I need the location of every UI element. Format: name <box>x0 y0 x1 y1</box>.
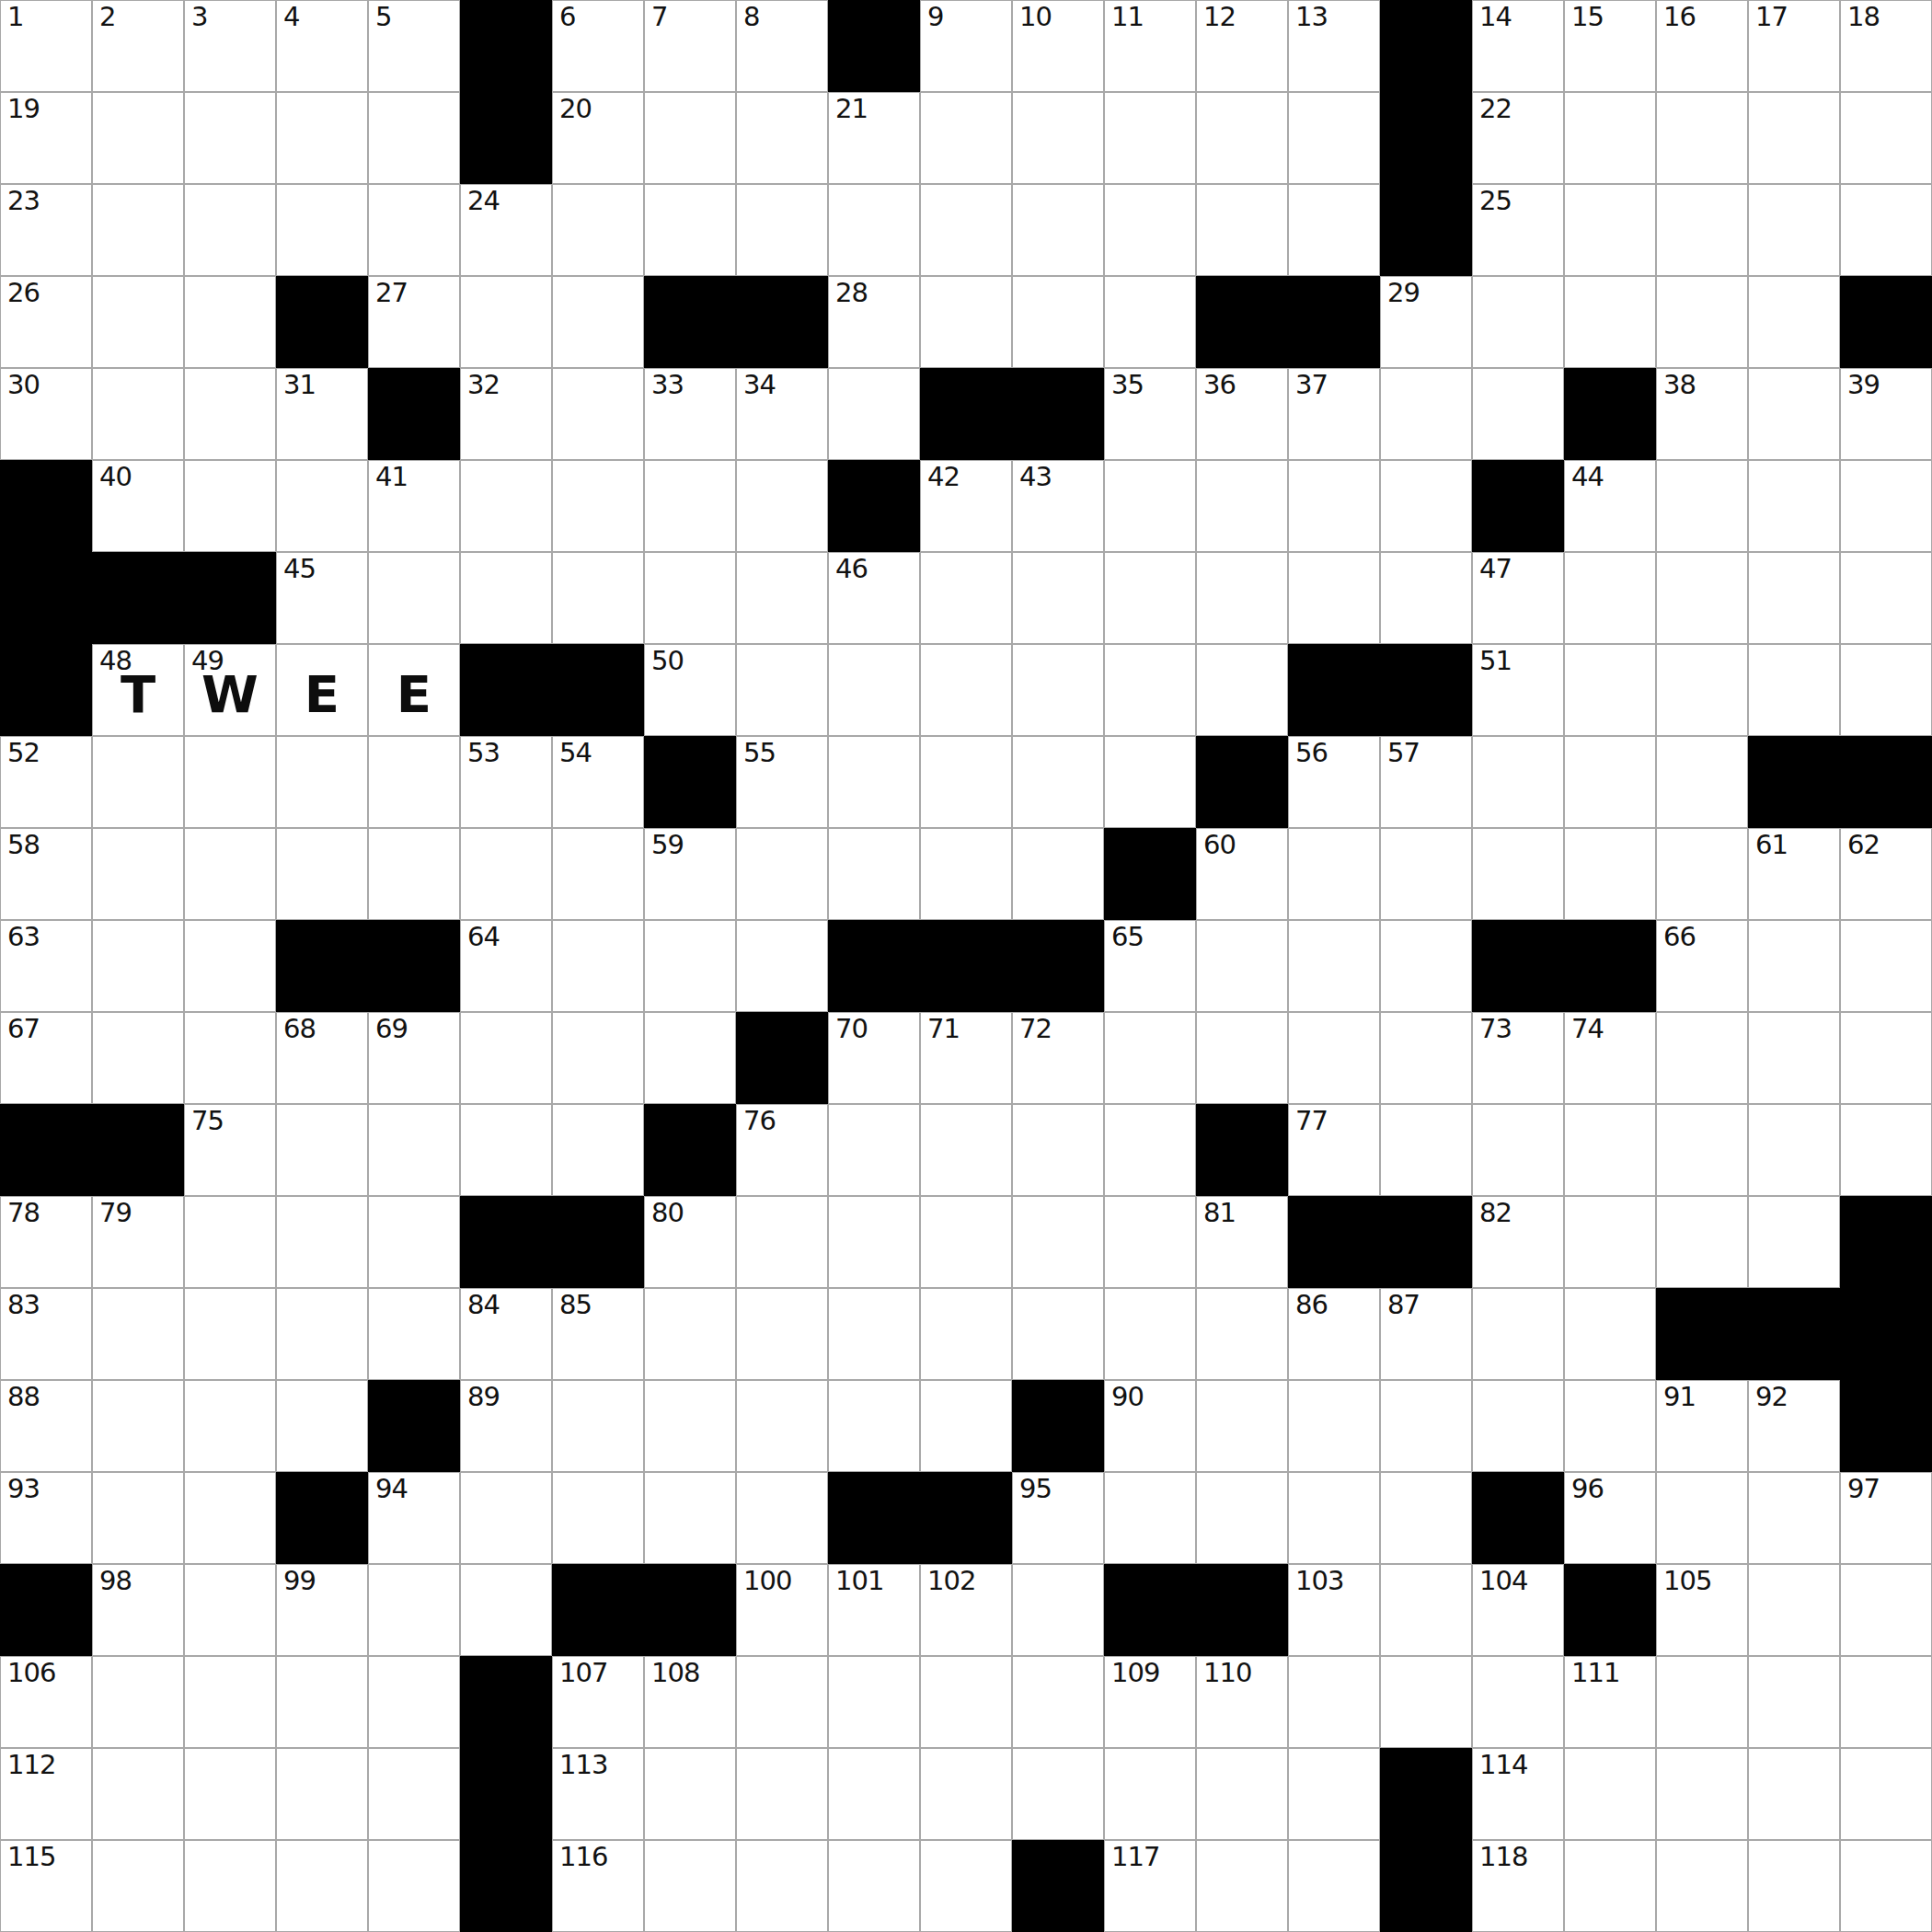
cell-r12c8[interactable]: 76 <box>736 1104 828 1196</box>
cell-r3c10[interactable] <box>920 276 1012 368</box>
cell-r4c12[interactable]: 35 <box>1104 368 1196 460</box>
cell-r20c20[interactable] <box>1840 1840 1932 1932</box>
cell-r1c9[interactable]: 21 <box>828 92 920 184</box>
cell-r11c3[interactable]: 68 <box>276 1012 368 1104</box>
cell-r15c19[interactable]: 92 <box>1748 1380 1840 1472</box>
cell-r15c6[interactable] <box>552 1380 644 1472</box>
cell-r13c4[interactable] <box>368 1196 460 1288</box>
cell-r16c2[interactable] <box>184 1472 276 1564</box>
cell-r20c13[interactable] <box>1196 1840 1288 1932</box>
cell-r10c5[interactable]: 64 <box>460 920 552 1012</box>
cell-r1c17[interactable] <box>1564 92 1656 184</box>
cell-r19c0[interactable]: 112 <box>0 1748 92 1840</box>
cell-r8c10[interactable] <box>920 736 1012 828</box>
cell-r11c14[interactable] <box>1288 1012 1380 1104</box>
cell-r0c2[interactable]: 3 <box>184 0 276 92</box>
cell-r9c3[interactable] <box>276 828 368 920</box>
cell-r20c1[interactable] <box>92 1840 184 1932</box>
cell-r1c13[interactable] <box>1196 92 1288 184</box>
cell-r6c4[interactable] <box>368 552 460 644</box>
cell-r16c6[interactable] <box>552 1472 644 1564</box>
cell-r2c11[interactable] <box>1012 184 1104 276</box>
cell-r7c17[interactable] <box>1564 644 1656 736</box>
cell-r17c10[interactable]: 102 <box>920 1564 1012 1656</box>
cell-r0c4[interactable]: 5 <box>368 0 460 92</box>
cell-r3c18[interactable] <box>1656 276 1748 368</box>
cell-r20c16[interactable]: 118 <box>1472 1840 1564 1932</box>
cell-r8c2[interactable] <box>184 736 276 828</box>
cell-r0c19[interactable]: 17 <box>1748 0 1840 92</box>
cell-r13c17[interactable] <box>1564 1196 1656 1288</box>
cell-r1c7[interactable] <box>644 92 736 184</box>
cell-r20c10[interactable] <box>920 1840 1012 1932</box>
cell-r3c9[interactable]: 28 <box>828 276 920 368</box>
cell-r0c3[interactable]: 4 <box>276 0 368 92</box>
cell-r5c19[interactable] <box>1748 460 1840 552</box>
cell-r6c18[interactable] <box>1656 552 1748 644</box>
cell-r11c2[interactable] <box>184 1012 276 1104</box>
cell-r5c14[interactable] <box>1288 460 1380 552</box>
cell-r20c17[interactable] <box>1564 1840 1656 1932</box>
cell-r8c14[interactable]: 56 <box>1288 736 1380 828</box>
cell-r7c13[interactable] <box>1196 644 1288 736</box>
cell-r12c9[interactable] <box>828 1104 920 1196</box>
cell-r11c6[interactable] <box>552 1012 644 1104</box>
cell-r8c12[interactable] <box>1104 736 1196 828</box>
cell-r11c1[interactable] <box>92 1012 184 1104</box>
cell-r4c3[interactable]: 31 <box>276 368 368 460</box>
cell-r4c0[interactable]: 30 <box>0 368 92 460</box>
cell-r12c5[interactable] <box>460 1104 552 1196</box>
cell-r5c1[interactable]: 40 <box>92 460 184 552</box>
cell-r13c11[interactable] <box>1012 1196 1104 1288</box>
cell-r17c11[interactable] <box>1012 1564 1104 1656</box>
cell-r8c11[interactable] <box>1012 736 1104 828</box>
cell-r10c8[interactable] <box>736 920 828 1012</box>
cell-r18c14[interactable] <box>1288 1656 1380 1748</box>
cell-r12c16[interactable] <box>1472 1104 1564 1196</box>
cell-r20c12[interactable]: 117 <box>1104 1840 1196 1932</box>
cell-r17c19[interactable] <box>1748 1564 1840 1656</box>
cell-r11c12[interactable] <box>1104 1012 1196 1104</box>
cell-r1c4[interactable] <box>368 92 460 184</box>
cell-r8c16[interactable] <box>1472 736 1564 828</box>
cell-r17c9[interactable]: 101 <box>828 1564 920 1656</box>
cell-r14c1[interactable] <box>92 1288 184 1380</box>
cell-r19c16[interactable]: 114 <box>1472 1748 1564 1840</box>
cell-r16c11[interactable]: 95 <box>1012 1472 1104 1564</box>
cell-r9c0[interactable]: 58 <box>0 828 92 920</box>
cell-r9c14[interactable] <box>1288 828 1380 920</box>
cell-r16c15[interactable] <box>1380 1472 1472 1564</box>
cell-r6c3[interactable]: 45 <box>276 552 368 644</box>
cell-r0c20[interactable]: 18 <box>1840 0 1932 92</box>
cell-r19c8[interactable] <box>736 1748 828 1840</box>
cell-r16c13[interactable] <box>1196 1472 1288 1564</box>
cell-r14c2[interactable] <box>184 1288 276 1380</box>
cell-r17c8[interactable]: 100 <box>736 1564 828 1656</box>
cell-r2c17[interactable] <box>1564 184 1656 276</box>
cell-r10c6[interactable] <box>552 920 644 1012</box>
cell-r14c8[interactable] <box>736 1288 828 1380</box>
cell-r15c3[interactable] <box>276 1380 368 1472</box>
cell-r17c20[interactable] <box>1840 1564 1932 1656</box>
cell-r1c10[interactable] <box>920 92 1012 184</box>
cell-r19c19[interactable] <box>1748 1748 1840 1840</box>
cell-r16c5[interactable] <box>460 1472 552 1564</box>
cell-r0c18[interactable]: 16 <box>1656 0 1748 92</box>
cell-r6c11[interactable] <box>1012 552 1104 644</box>
cell-r0c1[interactable]: 2 <box>92 0 184 92</box>
cell-r15c17[interactable] <box>1564 1380 1656 1472</box>
cell-r2c1[interactable] <box>92 184 184 276</box>
cell-r20c14[interactable] <box>1288 1840 1380 1932</box>
cell-r1c14[interactable] <box>1288 92 1380 184</box>
cell-r3c15[interactable]: 29 <box>1380 276 1472 368</box>
cell-r11c7[interactable] <box>644 1012 736 1104</box>
cell-r4c1[interactable] <box>92 368 184 460</box>
cell-r5c2[interactable] <box>184 460 276 552</box>
cell-r2c3[interactable] <box>276 184 368 276</box>
cell-r0c14[interactable]: 13 <box>1288 0 1380 92</box>
cell-r3c12[interactable] <box>1104 276 1196 368</box>
cell-r1c3[interactable] <box>276 92 368 184</box>
cell-r4c5[interactable]: 32 <box>460 368 552 460</box>
cell-r18c11[interactable] <box>1012 1656 1104 1748</box>
cell-r13c19[interactable] <box>1748 1196 1840 1288</box>
cell-r9c7[interactable]: 59 <box>644 828 736 920</box>
cell-r18c10[interactable] <box>920 1656 1012 1748</box>
cell-r12c14[interactable]: 77 <box>1288 1104 1380 1196</box>
cell-r1c16[interactable]: 22 <box>1472 92 1564 184</box>
cell-r4c14[interactable]: 37 <box>1288 368 1380 460</box>
cell-r15c0[interactable]: 88 <box>0 1380 92 1472</box>
cell-r19c11[interactable] <box>1012 1748 1104 1840</box>
cell-r5c8[interactable] <box>736 460 828 552</box>
cell-r11c17[interactable]: 74 <box>1564 1012 1656 1104</box>
cell-r14c6[interactable]: 85 <box>552 1288 644 1380</box>
cell-r15c13[interactable] <box>1196 1380 1288 1472</box>
cell-r19c20[interactable] <box>1840 1748 1932 1840</box>
cell-r14c7[interactable] <box>644 1288 736 1380</box>
cell-r13c7[interactable]: 80 <box>644 1196 736 1288</box>
cell-r8c15[interactable]: 57 <box>1380 736 1472 828</box>
cell-r15c18[interactable]: 91 <box>1656 1380 1748 1472</box>
cell-r15c14[interactable] <box>1288 1380 1380 1472</box>
cell-r0c6[interactable]: 6 <box>552 0 644 92</box>
cell-r11c19[interactable] <box>1748 1012 1840 1104</box>
cell-r5c4[interactable]: 41 <box>368 460 460 552</box>
cell-r18c9[interactable] <box>828 1656 920 1748</box>
cell-r2c2[interactable] <box>184 184 276 276</box>
cell-r1c8[interactable] <box>736 92 828 184</box>
cell-r4c19[interactable] <box>1748 368 1840 460</box>
cell-r7c12[interactable] <box>1104 644 1196 736</box>
cell-r7c11[interactable] <box>1012 644 1104 736</box>
cell-r16c4[interactable]: 94 <box>368 1472 460 1564</box>
cell-r1c11[interactable] <box>1012 92 1104 184</box>
cell-r9c18[interactable] <box>1656 828 1748 920</box>
cell-r19c14[interactable] <box>1288 1748 1380 1840</box>
cell-r4c8[interactable]: 34 <box>736 368 828 460</box>
cell-r3c19[interactable] <box>1748 276 1840 368</box>
cell-r11c13[interactable] <box>1196 1012 1288 1104</box>
cell-r11c4[interactable]: 69 <box>368 1012 460 1104</box>
cell-r3c2[interactable] <box>184 276 276 368</box>
cell-r6c19[interactable] <box>1748 552 1840 644</box>
cell-r11c9[interactable]: 70 <box>828 1012 920 1104</box>
cell-r7c16[interactable]: 51 <box>1472 644 1564 736</box>
cell-r4c9[interactable] <box>828 368 920 460</box>
cell-r6c20[interactable] <box>1840 552 1932 644</box>
cell-r2c19[interactable] <box>1748 184 1840 276</box>
cell-r12c17[interactable] <box>1564 1104 1656 1196</box>
cell-r12c11[interactable] <box>1012 1104 1104 1196</box>
cell-r12c2[interactable]: 75 <box>184 1104 276 1196</box>
cell-r16c7[interactable] <box>644 1472 736 1564</box>
cell-r9c10[interactable] <box>920 828 1012 920</box>
cell-r6c12[interactable] <box>1104 552 1196 644</box>
cell-r18c3[interactable] <box>276 1656 368 1748</box>
cell-r4c15[interactable] <box>1380 368 1472 460</box>
cell-r8c6[interactable]: 54 <box>552 736 644 828</box>
cell-r18c15[interactable] <box>1380 1656 1472 1748</box>
cell-r20c0[interactable]: 115 <box>0 1840 92 1932</box>
cell-r13c1[interactable]: 79 <box>92 1196 184 1288</box>
cell-r12c20[interactable] <box>1840 1104 1932 1196</box>
cell-r17c1[interactable]: 98 <box>92 1564 184 1656</box>
cell-r5c10[interactable]: 42 <box>920 460 1012 552</box>
cell-r18c20[interactable] <box>1840 1656 1932 1748</box>
cell-r11c0[interactable]: 67 <box>0 1012 92 1104</box>
cell-r17c15[interactable] <box>1380 1564 1472 1656</box>
cell-r6c6[interactable] <box>552 552 644 644</box>
cell-r12c15[interactable] <box>1380 1104 1472 1196</box>
cell-r14c15[interactable]: 87 <box>1380 1288 1472 1380</box>
cell-r7c18[interactable] <box>1656 644 1748 736</box>
cell-r7c4[interactable]: E <box>368 644 460 736</box>
cell-r8c8[interactable]: 55 <box>736 736 828 828</box>
cell-r5c5[interactable] <box>460 460 552 552</box>
cell-r15c2[interactable] <box>184 1380 276 1472</box>
cell-r5c6[interactable] <box>552 460 644 552</box>
cell-r9c8[interactable] <box>736 828 828 920</box>
cell-r17c2[interactable] <box>184 1564 276 1656</box>
cell-r12c4[interactable] <box>368 1104 460 1196</box>
cell-r0c12[interactable]: 11 <box>1104 0 1196 92</box>
cell-r7c3[interactable]: E <box>276 644 368 736</box>
cell-r9c1[interactable] <box>92 828 184 920</box>
cell-r17c4[interactable] <box>368 1564 460 1656</box>
cell-r2c5[interactable]: 24 <box>460 184 552 276</box>
cell-r6c7[interactable] <box>644 552 736 644</box>
cell-r18c0[interactable]: 106 <box>0 1656 92 1748</box>
cell-r10c7[interactable] <box>644 920 736 1012</box>
cell-r3c16[interactable] <box>1472 276 1564 368</box>
cell-r11c10[interactable]: 71 <box>920 1012 1012 1104</box>
cell-r15c10[interactable] <box>920 1380 1012 1472</box>
cell-r9c13[interactable]: 60 <box>1196 828 1288 920</box>
cell-r17c14[interactable]: 103 <box>1288 1564 1380 1656</box>
cell-r5c18[interactable] <box>1656 460 1748 552</box>
cell-r9c20[interactable]: 62 <box>1840 828 1932 920</box>
cell-r14c3[interactable] <box>276 1288 368 1380</box>
cell-r15c7[interactable] <box>644 1380 736 1472</box>
cell-r0c13[interactable]: 12 <box>1196 0 1288 92</box>
cell-r5c13[interactable] <box>1196 460 1288 552</box>
cell-r12c6[interactable] <box>552 1104 644 1196</box>
cell-r10c0[interactable]: 63 <box>0 920 92 1012</box>
cell-r2c12[interactable] <box>1104 184 1196 276</box>
cell-r2c0[interactable]: 23 <box>0 184 92 276</box>
cell-r13c10[interactable] <box>920 1196 1012 1288</box>
cell-r14c12[interactable] <box>1104 1288 1196 1380</box>
cell-r17c5[interactable] <box>460 1564 552 1656</box>
cell-r19c2[interactable] <box>184 1748 276 1840</box>
cell-r3c0[interactable]: 26 <box>0 276 92 368</box>
cell-r10c1[interactable] <box>92 920 184 1012</box>
cell-r7c19[interactable] <box>1748 644 1840 736</box>
cell-r19c6[interactable]: 113 <box>552 1748 644 1840</box>
cell-r13c13[interactable]: 81 <box>1196 1196 1288 1288</box>
cell-r12c10[interactable] <box>920 1104 1012 1196</box>
cell-r3c4[interactable]: 27 <box>368 276 460 368</box>
cell-r19c12[interactable] <box>1104 1748 1196 1840</box>
cell-r10c14[interactable] <box>1288 920 1380 1012</box>
cell-r4c2[interactable] <box>184 368 276 460</box>
cell-r20c6[interactable]: 116 <box>552 1840 644 1932</box>
cell-r6c5[interactable] <box>460 552 552 644</box>
cell-r6c8[interactable] <box>736 552 828 644</box>
cell-r11c5[interactable] <box>460 1012 552 1104</box>
cell-r12c19[interactable] <box>1748 1104 1840 1196</box>
cell-r0c8[interactable]: 8 <box>736 0 828 92</box>
cell-r14c4[interactable] <box>368 1288 460 1380</box>
cell-r5c3[interactable] <box>276 460 368 552</box>
cell-r13c18[interactable] <box>1656 1196 1748 1288</box>
cell-r8c3[interactable] <box>276 736 368 828</box>
cell-r6c13[interactable] <box>1196 552 1288 644</box>
cell-r0c17[interactable]: 15 <box>1564 0 1656 92</box>
cell-r9c4[interactable] <box>368 828 460 920</box>
cell-r14c0[interactable]: 83 <box>0 1288 92 1380</box>
cell-r6c10[interactable] <box>920 552 1012 644</box>
cell-r3c1[interactable] <box>92 276 184 368</box>
cell-r19c3[interactable] <box>276 1748 368 1840</box>
cell-r19c7[interactable] <box>644 1748 736 1840</box>
cell-r12c12[interactable] <box>1104 1104 1196 1196</box>
cell-r3c11[interactable] <box>1012 276 1104 368</box>
cell-r18c18[interactable] <box>1656 1656 1748 1748</box>
cell-r11c11[interactable]: 72 <box>1012 1012 1104 1104</box>
cell-r2c9[interactable] <box>828 184 920 276</box>
cell-r15c5[interactable]: 89 <box>460 1380 552 1472</box>
cell-r7c7[interactable]: 50 <box>644 644 736 736</box>
cell-r10c2[interactable] <box>184 920 276 1012</box>
cell-r11c15[interactable] <box>1380 1012 1472 1104</box>
cell-r15c12[interactable]: 90 <box>1104 1380 1196 1472</box>
cell-r20c7[interactable] <box>644 1840 736 1932</box>
cell-r2c18[interactable] <box>1656 184 1748 276</box>
cell-r11c16[interactable]: 73 <box>1472 1012 1564 1104</box>
cell-r5c12[interactable] <box>1104 460 1196 552</box>
cell-r19c10[interactable] <box>920 1748 1012 1840</box>
cell-r20c9[interactable] <box>828 1840 920 1932</box>
cell-r13c16[interactable]: 82 <box>1472 1196 1564 1288</box>
cell-r1c6[interactable]: 20 <box>552 92 644 184</box>
cell-r10c13[interactable] <box>1196 920 1288 1012</box>
cell-r19c4[interactable] <box>368 1748 460 1840</box>
cell-r14c17[interactable] <box>1564 1288 1656 1380</box>
cell-r15c8[interactable] <box>736 1380 828 1472</box>
cell-r2c6[interactable] <box>552 184 644 276</box>
cell-r6c15[interactable] <box>1380 552 1472 644</box>
cell-r9c5[interactable] <box>460 828 552 920</box>
cell-r9c2[interactable] <box>184 828 276 920</box>
cell-r0c10[interactable]: 9 <box>920 0 1012 92</box>
cell-r7c1[interactable]: 48T <box>92 644 184 736</box>
cell-r3c17[interactable] <box>1564 276 1656 368</box>
cell-r9c17[interactable] <box>1564 828 1656 920</box>
cell-r1c1[interactable] <box>92 92 184 184</box>
cell-r13c0[interactable]: 78 <box>0 1196 92 1288</box>
cell-r15c15[interactable] <box>1380 1380 1472 1472</box>
cell-r18c17[interactable]: 111 <box>1564 1656 1656 1748</box>
cell-r20c19[interactable] <box>1748 1840 1840 1932</box>
cell-r7c2[interactable]: 49W <box>184 644 276 736</box>
cell-r17c16[interactable]: 104 <box>1472 1564 1564 1656</box>
cell-r10c12[interactable]: 65 <box>1104 920 1196 1012</box>
cell-r8c17[interactable] <box>1564 736 1656 828</box>
cell-r18c6[interactable]: 107 <box>552 1656 644 1748</box>
cell-r14c13[interactable] <box>1196 1288 1288 1380</box>
cell-r16c8[interactable] <box>736 1472 828 1564</box>
cell-r14c10[interactable] <box>920 1288 1012 1380</box>
cell-r7c8[interactable] <box>736 644 828 736</box>
cell-r2c14[interactable] <box>1288 184 1380 276</box>
cell-r18c13[interactable]: 110 <box>1196 1656 1288 1748</box>
cell-r16c20[interactable]: 97 <box>1840 1472 1932 1564</box>
cell-r20c4[interactable] <box>368 1840 460 1932</box>
cell-r18c19[interactable] <box>1748 1656 1840 1748</box>
cell-r14c11[interactable] <box>1012 1288 1104 1380</box>
cell-r1c12[interactable] <box>1104 92 1196 184</box>
cell-r4c13[interactable]: 36 <box>1196 368 1288 460</box>
cell-r0c0[interactable]: 1 <box>0 0 92 92</box>
cell-r14c5[interactable]: 84 <box>460 1288 552 1380</box>
cell-r15c1[interactable] <box>92 1380 184 1472</box>
cell-r18c8[interactable] <box>736 1656 828 1748</box>
cell-r18c1[interactable] <box>92 1656 184 1748</box>
cell-r9c16[interactable] <box>1472 828 1564 920</box>
cell-r10c19[interactable] <box>1748 920 1840 1012</box>
cell-r19c17[interactable] <box>1564 1748 1656 1840</box>
cell-r9c11[interactable] <box>1012 828 1104 920</box>
cell-r20c8[interactable] <box>736 1840 828 1932</box>
cell-r6c14[interactable] <box>1288 552 1380 644</box>
cell-r18c16[interactable] <box>1472 1656 1564 1748</box>
cell-r16c12[interactable] <box>1104 1472 1196 1564</box>
cell-r13c12[interactable] <box>1104 1196 1196 1288</box>
cell-r4c7[interactable]: 33 <box>644 368 736 460</box>
cell-r2c10[interactable] <box>920 184 1012 276</box>
cell-r2c4[interactable] <box>368 184 460 276</box>
cell-r8c9[interactable] <box>828 736 920 828</box>
cell-r9c9[interactable] <box>828 828 920 920</box>
cell-r6c17[interactable] <box>1564 552 1656 644</box>
cell-r9c15[interactable] <box>1380 828 1472 920</box>
cell-r14c9[interactable] <box>828 1288 920 1380</box>
